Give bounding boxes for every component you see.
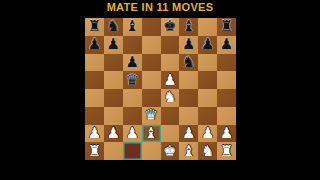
black-knight-icon[interactable]: ♞ (182, 54, 195, 69)
square-b3[interactable] (104, 107, 123, 125)
square-e8[interactable]: ♚ (161, 18, 180, 36)
square-d3[interactable]: ♛ (142, 107, 161, 125)
white-rook-icon[interactable]: ♜ (220, 143, 233, 158)
square-a2[interactable]: ♟ (85, 125, 104, 143)
square-f2[interactable]: ♟ (179, 125, 198, 143)
square-a3[interactable] (85, 107, 104, 125)
white-bishop-icon[interactable]: ♝ (182, 143, 195, 158)
white-pawn-icon[interactable]: ♟ (201, 125, 214, 140)
square-d4[interactable] (142, 89, 161, 107)
square-e4[interactable]: ♞ (161, 89, 180, 107)
black-pawn-icon[interactable]: ♟ (220, 37, 233, 52)
square-a8[interactable]: ♜ (85, 18, 104, 36)
square-b6[interactable] (104, 54, 123, 72)
square-c3[interactable] (123, 107, 142, 125)
square-h5[interactable] (217, 71, 236, 89)
square-b4[interactable] (104, 89, 123, 107)
black-king-icon[interactable]: ♚ (163, 19, 176, 34)
black-pawn-icon[interactable]: ♟ (125, 54, 138, 69)
square-g6[interactable] (198, 54, 217, 72)
square-f1[interactable]: ♝ (179, 142, 198, 160)
square-g3[interactable] (198, 107, 217, 125)
square-d6[interactable] (142, 54, 161, 72)
white-pawn-icon[interactable]: ♟ (107, 125, 120, 140)
square-a7[interactable]: ♟ (85, 36, 104, 54)
black-bishop-icon[interactable]: ♝ (182, 19, 195, 34)
white-pawn-icon[interactable]: ♟ (182, 125, 195, 140)
square-h4[interactable] (217, 89, 236, 107)
square-g5[interactable] (198, 71, 217, 89)
square-a5[interactable] (85, 71, 104, 89)
square-g2[interactable]: ♟ (198, 125, 217, 143)
black-knight-icon[interactable]: ♞ (107, 19, 120, 34)
black-queen-icon[interactable]: ♛ (125, 72, 138, 87)
square-f5[interactable] (179, 71, 198, 89)
square-f3[interactable] (179, 107, 198, 125)
white-pawn-icon[interactable]: ♟ (163, 72, 176, 87)
square-h8[interactable]: ♜ (217, 18, 236, 36)
square-b7[interactable]: ♟ (104, 36, 123, 54)
square-e5[interactable]: ♟ (161, 71, 180, 89)
square-e6[interactable] (161, 54, 180, 72)
square-h3[interactable] (217, 107, 236, 125)
square-d8[interactable] (142, 18, 161, 36)
square-h2[interactable]: ♟ (217, 125, 236, 143)
square-f4[interactable] (179, 89, 198, 107)
square-h6[interactable] (217, 54, 236, 72)
black-pawn-icon[interactable]: ♟ (182, 37, 195, 52)
black-pawn-icon[interactable]: ♟ (88, 37, 101, 52)
square-c7[interactable] (123, 36, 142, 54)
square-b5[interactable] (104, 71, 123, 89)
white-rook-icon[interactable]: ♜ (88, 143, 101, 158)
white-knight-icon[interactable]: ♞ (201, 143, 214, 158)
black-bishop-icon[interactable]: ♝ (125, 19, 138, 34)
square-f6[interactable]: ♞ (179, 54, 198, 72)
black-rook-icon[interactable]: ♜ (88, 19, 101, 34)
square-h1[interactable]: ♜ (217, 142, 236, 160)
white-king-icon[interactable]: ♚ (163, 143, 176, 158)
square-g4[interactable] (198, 89, 217, 107)
black-pawn-icon[interactable]: ♟ (107, 37, 120, 52)
square-e2[interactable] (161, 125, 180, 143)
white-pawn-icon[interactable]: ♟ (220, 125, 233, 140)
square-f7[interactable]: ♟ (179, 36, 198, 54)
square-b8[interactable]: ♞ (104, 18, 123, 36)
page-title: MATE IN 11 MOVES (0, 1, 320, 13)
square-h7[interactable]: ♟ (217, 36, 236, 54)
white-bishop-icon[interactable]: ♝ (144, 125, 157, 140)
square-e7[interactable] (161, 36, 180, 54)
square-a4[interactable] (85, 89, 104, 107)
square-d2[interactable]: ♝ (142, 125, 161, 143)
white-pawn-icon[interactable]: ♟ (88, 125, 101, 140)
white-queen-icon[interactable]: ♛ (144, 108, 157, 123)
white-pawn-icon[interactable]: ♟ (125, 125, 138, 140)
chess-board: ♜♞♝♚♝♜♟♟♟♟♟♟♞♛♟♞♛♟♟♟♝♟♟♟♜♚♝♞♜ (85, 18, 236, 160)
square-e1[interactable]: ♚ (161, 142, 180, 160)
square-e3[interactable] (161, 107, 180, 125)
square-c2[interactable]: ♟ (123, 125, 142, 143)
square-c8[interactable]: ♝ (123, 18, 142, 36)
square-c1[interactable] (123, 142, 142, 160)
square-a1[interactable]: ♜ (85, 142, 104, 160)
square-b2[interactable]: ♟ (104, 125, 123, 143)
square-d5[interactable] (142, 71, 161, 89)
white-knight-icon[interactable]: ♞ (163, 90, 176, 105)
square-g8[interactable] (198, 18, 217, 36)
square-f8[interactable]: ♝ (179, 18, 198, 36)
square-g7[interactable]: ♟ (198, 36, 217, 54)
square-c5[interactable]: ♛ (123, 71, 142, 89)
square-d1[interactable] (142, 142, 161, 160)
square-g1[interactable]: ♞ (198, 142, 217, 160)
square-b1[interactable] (104, 142, 123, 160)
square-c4[interactable] (123, 89, 142, 107)
square-c6[interactable]: ♟ (123, 54, 142, 72)
black-rook-icon[interactable]: ♜ (220, 19, 233, 34)
square-d7[interactable] (142, 36, 161, 54)
black-pawn-icon[interactable]: ♟ (201, 37, 214, 52)
square-a6[interactable] (85, 54, 104, 72)
